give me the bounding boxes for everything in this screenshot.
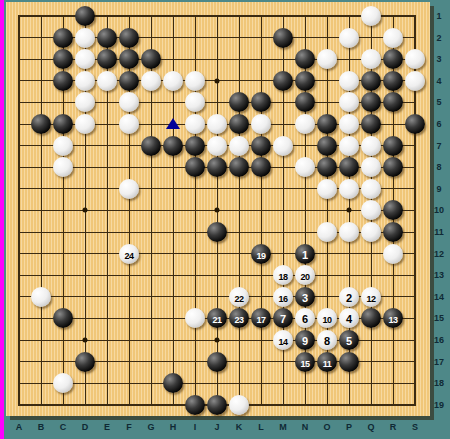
star-point-D16 — [83, 338, 88, 343]
stone-black-L7 — [251, 136, 271, 156]
stone-black-P16: 5 — [339, 330, 359, 350]
column-label-B: B — [38, 422, 45, 432]
stone-black-C6 — [53, 114, 73, 134]
stone-black-K15: 23 — [229, 308, 249, 328]
stone-black-J8 — [207, 157, 227, 177]
stone-black-M2 — [273, 28, 293, 48]
star-point-D10 — [83, 208, 88, 213]
move-number: 17 — [256, 315, 265, 325]
column-label-A: A — [16, 422, 23, 432]
stone-white-P9 — [339, 179, 359, 199]
stone-white-Q11 — [361, 222, 381, 242]
move-number: 14 — [278, 337, 287, 347]
stone-white-D6 — [75, 114, 95, 134]
stone-white-C8 — [53, 157, 73, 177]
stone-white-Q10 — [361, 200, 381, 220]
stone-black-O8 — [317, 157, 337, 177]
stone-black-H18 — [163, 373, 183, 393]
stone-black-Q4 — [361, 71, 381, 91]
stone-white-O9 — [317, 179, 337, 199]
row-label-11: 11 — [434, 227, 444, 237]
column-label-R: R — [390, 422, 397, 432]
row-label-15: 15 — [434, 313, 444, 323]
stone-white-S4 — [405, 71, 425, 91]
stone-black-O17: 11 — [317, 352, 337, 372]
stone-black-H7 — [163, 136, 183, 156]
stone-white-M14: 16 — [273, 287, 293, 307]
star-point-J4 — [215, 78, 220, 83]
grid-line-horizontal — [18, 275, 416, 276]
row-label-7: 7 — [436, 141, 441, 151]
grid-line-horizontal — [18, 383, 416, 384]
row-label-9: 9 — [436, 184, 441, 194]
stone-black-J19 — [207, 395, 227, 415]
column-label-C: C — [60, 422, 67, 432]
move-number: 23 — [234, 315, 243, 325]
star-point-P10 — [347, 208, 352, 213]
stone-black-Q15 — [361, 308, 381, 328]
stone-white-G4 — [141, 71, 161, 91]
stone-white-Q3 — [361, 49, 381, 69]
stone-white-D3 — [75, 49, 95, 69]
stone-black-L8 — [251, 157, 271, 177]
stone-white-D4 — [75, 71, 95, 91]
stone-white-O16: 8 — [317, 330, 337, 350]
stone-black-L15: 17 — [251, 308, 271, 328]
stone-black-C3 — [53, 49, 73, 69]
stone-black-O6 — [317, 114, 337, 134]
stone-white-Q9 — [361, 179, 381, 199]
move-number: 10 — [322, 315, 331, 325]
row-label-8: 8 — [436, 162, 441, 172]
move-number: 2 — [346, 292, 352, 304]
stone-white-O15: 10 — [317, 308, 337, 328]
stone-black-L12: 19 — [251, 244, 271, 264]
move-number: 3 — [302, 292, 308, 304]
stone-white-P2 — [339, 28, 359, 48]
row-label-10: 10 — [434, 205, 444, 215]
column-label-J: J — [214, 422, 219, 432]
star-point-J16 — [215, 338, 220, 343]
stone-white-P7 — [339, 136, 359, 156]
stone-black-J15: 21 — [207, 308, 227, 328]
move-number: 13 — [388, 315, 397, 325]
move-number: 6 — [302, 313, 308, 325]
row-label-4: 4 — [436, 76, 441, 86]
go-board[interactable]: 241911820221632122123177610413149851511 — [6, 2, 430, 416]
column-label-E: E — [104, 422, 110, 432]
row-label-3: 3 — [436, 54, 441, 64]
stone-black-N4 — [295, 71, 315, 91]
grid-line-vertical — [261, 16, 262, 405]
column-label-P: P — [346, 422, 352, 432]
stone-black-K5 — [229, 92, 249, 112]
stone-black-R4 — [383, 71, 403, 91]
stone-white-J7 — [207, 136, 227, 156]
move-number: 8 — [324, 335, 330, 347]
stone-white-N15: 6 — [295, 308, 315, 328]
stone-white-P6 — [339, 114, 359, 134]
stone-white-P14: 2 — [339, 287, 359, 307]
stone-black-L5 — [251, 92, 271, 112]
stone-black-K6 — [229, 114, 249, 134]
stone-white-Q7 — [361, 136, 381, 156]
stone-black-N3 — [295, 49, 315, 69]
move-number: 12 — [366, 294, 375, 304]
stone-black-B6 — [31, 114, 51, 134]
row-label-12: 12 — [434, 249, 444, 259]
grid-line-horizontal — [18, 253, 416, 254]
stone-white-N8 — [295, 157, 315, 177]
column-label-H: H — [170, 422, 177, 432]
stone-black-J17 — [207, 352, 227, 372]
column-label-F: F — [126, 422, 132, 432]
stone-black-Q5 — [361, 92, 381, 112]
stone-white-M16: 14 — [273, 330, 293, 350]
stone-white-Q14: 12 — [361, 287, 381, 307]
stone-white-P15: 4 — [339, 308, 359, 328]
stone-black-R10 — [383, 200, 403, 220]
stone-white-I15 — [185, 308, 205, 328]
stone-black-N14: 3 — [295, 287, 315, 307]
row-label-6: 6 — [436, 119, 441, 129]
stone-black-R5 — [383, 92, 403, 112]
move-number: 7 — [280, 313, 286, 325]
stone-black-I19 — [185, 395, 205, 415]
go-diagram: 241911820221632122123177610413149851511 … — [0, 0, 450, 439]
stone-white-L6 — [251, 114, 271, 134]
column-label-S: S — [412, 422, 418, 432]
column-label-N: N — [302, 422, 309, 432]
move-number: 4 — [346, 313, 352, 325]
stone-black-M4 — [273, 71, 293, 91]
stone-white-F5 — [119, 92, 139, 112]
stone-black-R3 — [383, 49, 403, 69]
row-label-19: 19 — [434, 400, 444, 410]
stone-black-G3 — [141, 49, 161, 69]
row-label-18: 18 — [434, 378, 444, 388]
stone-white-K14: 22 — [229, 287, 249, 307]
stone-white-K19 — [229, 395, 249, 415]
stone-white-D5 — [75, 92, 95, 112]
stone-black-M15: 7 — [273, 308, 293, 328]
stone-white-F12: 24 — [119, 244, 139, 264]
move-number: 11 — [323, 359, 332, 369]
stone-black-C15 — [53, 308, 73, 328]
stone-black-C4 — [53, 71, 73, 91]
row-label-5: 5 — [436, 97, 441, 107]
row-label-1: 1 — [436, 11, 441, 21]
move-number: 5 — [346, 335, 352, 347]
stone-black-J11 — [207, 222, 227, 242]
stone-white-D2 — [75, 28, 95, 48]
stone-black-D17 — [75, 352, 95, 372]
stone-white-I4 — [185, 71, 205, 91]
column-label-Q: Q — [367, 422, 374, 432]
stone-black-R15: 13 — [383, 308, 403, 328]
stone-black-P8 — [339, 157, 359, 177]
stone-white-Q8 — [361, 157, 381, 177]
stone-white-M13: 18 — [273, 265, 293, 285]
stone-white-N13: 20 — [295, 265, 315, 285]
stone-black-P17 — [339, 352, 359, 372]
stone-black-N17: 15 — [295, 352, 315, 372]
stone-white-I5 — [185, 92, 205, 112]
stone-black-I7 — [185, 136, 205, 156]
stone-black-F4 — [119, 71, 139, 91]
stone-white-O3 — [317, 49, 337, 69]
stone-white-M7 — [273, 136, 293, 156]
stone-black-R11 — [383, 222, 403, 242]
stone-white-R12 — [383, 244, 403, 264]
stone-white-I6 — [185, 114, 205, 134]
stone-black-R7 — [383, 136, 403, 156]
stone-white-R2 — [383, 28, 403, 48]
move-number: 20 — [300, 272, 309, 282]
stone-white-N6 — [295, 114, 315, 134]
stone-white-K7 — [229, 136, 249, 156]
column-label-L: L — [258, 422, 264, 432]
row-label-14: 14 — [434, 292, 444, 302]
stone-black-N16: 9 — [295, 330, 315, 350]
column-label-O: O — [323, 422, 330, 432]
window-border — [0, 0, 4, 439]
stone-white-F9 — [119, 179, 139, 199]
column-label-K: K — [236, 422, 243, 432]
move-number: 1 — [302, 249, 308, 261]
stone-black-N12: 1 — [295, 244, 315, 264]
grid-line-vertical — [239, 16, 240, 405]
move-number: 16 — [278, 294, 287, 304]
stone-white-C7 — [53, 136, 73, 156]
stone-black-E3 — [97, 49, 117, 69]
move-number: 15 — [300, 359, 309, 369]
stone-black-Q6 — [361, 114, 381, 134]
row-label-16: 16 — [434, 335, 444, 345]
stone-white-E4 — [97, 71, 117, 91]
stone-black-F2 — [119, 28, 139, 48]
stone-black-N5 — [295, 92, 315, 112]
column-label-I: I — [194, 422, 197, 432]
star-point-J10 — [215, 208, 220, 213]
move-number: 21 — [212, 315, 221, 325]
stone-white-C18 — [53, 373, 73, 393]
stone-white-J6 — [207, 114, 227, 134]
stone-white-O11 — [317, 222, 337, 242]
row-label-13: 13 — [434, 270, 444, 280]
column-label-G: G — [147, 422, 154, 432]
stone-black-O7 — [317, 136, 337, 156]
stone-black-K8 — [229, 157, 249, 177]
stone-white-P11 — [339, 222, 359, 242]
row-label-17: 17 — [434, 357, 444, 367]
stone-black-C2 — [53, 28, 73, 48]
move-number: 22 — [234, 294, 243, 304]
column-label-M: M — [279, 422, 287, 432]
stone-white-H4 — [163, 71, 183, 91]
stone-black-E2 — [97, 28, 117, 48]
move-number: 19 — [256, 251, 265, 261]
stone-black-R8 — [383, 157, 403, 177]
triangle-marker-H6 — [166, 118, 180, 129]
move-number: 24 — [124, 251, 133, 261]
stone-black-G7 — [141, 136, 161, 156]
stone-white-P4 — [339, 71, 359, 91]
column-label-D: D — [82, 422, 89, 432]
stone-black-S6 — [405, 114, 425, 134]
move-number: 18 — [278, 272, 287, 282]
move-number: 9 — [302, 335, 308, 347]
stone-white-B14 — [31, 287, 51, 307]
row-label-2: 2 — [436, 33, 441, 43]
stone-black-D1 — [75, 6, 95, 26]
stone-black-I8 — [185, 157, 205, 177]
stone-white-P5 — [339, 92, 359, 112]
stone-white-S3 — [405, 49, 425, 69]
stone-black-F3 — [119, 49, 139, 69]
stone-white-Q1 — [361, 6, 381, 26]
stone-white-F6 — [119, 114, 139, 134]
